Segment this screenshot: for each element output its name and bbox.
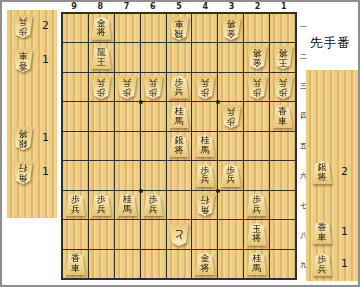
piece-S-sente[interactable]: 銀将: [169, 134, 189, 157]
square-7-9[interactable]: [115, 250, 140, 278]
piece-face: 金将: [221, 17, 241, 40]
hoshi-dot: [139, 189, 143, 193]
piece-kanji: 兵: [252, 78, 261, 88]
square-3-4[interactable]: 歩兵: [218, 102, 243, 130]
piece-kanji: 車: [174, 19, 183, 29]
piece-face: 歩兵: [273, 76, 293, 99]
hand-entry-S-sente[interactable]: 銀将2: [306, 160, 358, 186]
square-6-4[interactable]: [141, 102, 166, 130]
square-5-4[interactable]: 桂馬: [167, 102, 192, 130]
square-9-9[interactable]: 香車: [63, 250, 88, 278]
square-5-5[interactable]: 銀将: [167, 132, 192, 160]
piece-face: 歩兵: [247, 76, 267, 99]
piece-kanji: 兵: [97, 205, 106, 215]
file-label-4: 4: [192, 2, 218, 12]
piece-kanji: 角: [19, 173, 28, 183]
piece-kanji: 歩: [252, 87, 261, 97]
file-label-7: 7: [113, 2, 139, 12]
piece-P-sente[interactable]: 歩兵: [247, 193, 267, 216]
piece-kanji: 馬: [252, 264, 261, 274]
piece-P-gote[interactable]: 歩兵: [117, 76, 137, 99]
piece-face: 歩兵: [143, 193, 163, 216]
piece-face: 香車: [312, 221, 332, 244]
piece-kanji: 将: [97, 28, 106, 38]
piece-P-gote[interactable]: 歩兵: [13, 15, 33, 38]
file-label-1: 1: [271, 2, 297, 12]
hoshi-dot: [216, 100, 220, 104]
square-5-6[interactable]: [167, 161, 192, 189]
square-2-1[interactable]: [244, 14, 269, 42]
square-3-2[interactable]: [218, 43, 243, 71]
square-7-1[interactable]: [115, 14, 140, 42]
file-label-9: 9: [61, 2, 87, 12]
square-9-4[interactable]: [63, 102, 88, 130]
piece-kanji: 歩: [97, 87, 106, 97]
square-8-4[interactable]: [89, 102, 114, 130]
piece-L-sente[interactable]: 香車: [273, 105, 293, 128]
file-label-6: 6: [140, 2, 166, 12]
hand-entry-S-gote[interactable]: 銀将1: [7, 126, 57, 152]
piece-kanji: 香: [19, 61, 28, 71]
piece-face: 歩兵: [91, 193, 111, 216]
piece-kanji: 兵: [71, 205, 80, 215]
hoshi-dot: [216, 189, 220, 193]
square-5-3[interactable]: 歩兵: [167, 73, 192, 101]
hand-count: 1: [42, 53, 49, 66]
square-8-3[interactable]: 歩兵: [89, 73, 114, 101]
square-2-4[interactable]: [244, 102, 269, 130]
piece-face: 歩兵: [195, 164, 215, 187]
piece-kanji: と: [173, 228, 184, 240]
piece-kanji: 兵: [226, 107, 235, 117]
square-3-3[interactable]: [218, 73, 243, 101]
piece-face: 桂馬: [195, 134, 215, 157]
square-1-9[interactable]: [270, 250, 295, 278]
piece-P-gote[interactable]: 歩兵: [195, 76, 215, 99]
square-7-6[interactable]: [115, 161, 140, 189]
piece-kanji: 将: [19, 129, 28, 139]
hand-count: 1: [42, 131, 49, 144]
piece-S-gote[interactable]: 銀将: [13, 127, 33, 150]
square-1-7[interactable]: [270, 191, 295, 219]
square-9-7[interactable]: 歩兵: [63, 191, 88, 219]
piece-face: 歩兵: [143, 76, 163, 99]
piece-S-sente[interactable]: 銀将: [312, 161, 332, 184]
piece-N-sente[interactable]: 桂馬: [169, 105, 189, 128]
square-4-8[interactable]: [192, 220, 217, 248]
piece-face: 歩兵: [221, 105, 241, 128]
square-8-9[interactable]: [89, 250, 114, 278]
piece-R-gote[interactable]: 飛車: [169, 17, 189, 40]
piece-face: 歩兵: [13, 15, 33, 38]
piece-face: 龍王: [91, 46, 111, 69]
square-4-9[interactable]: 金将: [192, 250, 217, 278]
piece-kanji: 行: [19, 163, 28, 173]
piece-kanji: 金: [252, 58, 261, 68]
piece-kanji: 車: [71, 264, 80, 274]
square-6-6[interactable]: [141, 161, 166, 189]
square-3-8[interactable]: [218, 220, 243, 248]
piece-kanji: 銀: [19, 139, 28, 149]
piece-N-sente[interactable]: 桂馬: [195, 134, 215, 157]
square-5-2[interactable]: [167, 43, 192, 71]
piece-kanji: 将: [226, 19, 235, 29]
piece-kanji: 兵: [318, 265, 327, 275]
piece-P-sente[interactable]: 歩兵: [91, 193, 111, 216]
hand-entry-P-gote[interactable]: 歩兵2: [7, 14, 57, 40]
square-3-6[interactable]: 歩兵: [218, 161, 243, 189]
square-4-6[interactable]: 歩兵: [192, 161, 217, 189]
square-1-4[interactable]: 香車: [270, 102, 295, 130]
hand-count: 1: [341, 225, 348, 238]
piece-kanji: 車: [278, 117, 287, 127]
square-8-7[interactable]: 歩兵: [89, 191, 114, 219]
piece-kanji: 兵: [149, 205, 158, 215]
piece-+R-sente[interactable]: 龍王: [91, 46, 111, 69]
hand-entry-L-gote[interactable]: 香車1: [7, 48, 57, 74]
piece-kanji: 馬: [123, 205, 132, 215]
piece-P-sente[interactable]: 歩兵: [312, 253, 332, 276]
piece-K-gote[interactable]: 王将: [273, 46, 293, 69]
hand-count: 1: [341, 257, 348, 270]
piece-kanji: 歩: [278, 87, 287, 97]
square-7-8[interactable]: [115, 220, 140, 248]
square-2-8[interactable]: 玉将: [244, 220, 269, 248]
piece-kanji: 歩: [123, 87, 132, 97]
square-5-1[interactable]: 飛車: [167, 14, 192, 42]
piece-face: 銀将: [169, 134, 189, 157]
piece-face: 歩兵: [91, 76, 111, 99]
square-3-9[interactable]: [218, 250, 243, 278]
piece-face: 角行: [195, 193, 215, 216]
piece-kanji: 王: [278, 58, 287, 68]
piece-face: 玉将: [247, 223, 267, 246]
square-9-5[interactable]: [63, 132, 88, 160]
piece-kanji: 金: [226, 28, 235, 38]
square-4-5[interactable]: 桂馬: [192, 132, 217, 160]
square-2-6[interactable]: [244, 161, 269, 189]
piece-face: 角行: [13, 161, 33, 184]
piece-face: 金将: [247, 46, 267, 69]
piece-P-sente[interactable]: 歩兵: [195, 164, 215, 187]
shogi-app-window: 987654321 歩兵2香車1銀将1角行1 金将飛車金将龍王金将王将歩兵歩兵歩…: [0, 0, 360, 287]
piece-P-sente[interactable]: 歩兵: [143, 193, 163, 216]
square-1-6[interactable]: [270, 161, 295, 189]
piece-kanji: 将: [278, 48, 287, 58]
piece-kanji: 将: [174, 146, 183, 156]
square-8-8[interactable]: [89, 220, 114, 248]
piece-L-sente[interactable]: 香車: [65, 252, 85, 275]
square-6-8[interactable]: [141, 220, 166, 248]
square-8-5[interactable]: [89, 132, 114, 160]
piece-face: 桂馬: [117, 193, 137, 216]
piece-kanji: 行: [200, 195, 209, 205]
piece-P-gote[interactable]: 歩兵: [221, 105, 241, 128]
piece-kanji: 馬: [174, 117, 183, 127]
piece-P-gote[interactable]: 歩兵: [91, 76, 111, 99]
square-3-7[interactable]: [218, 191, 243, 219]
piece-face: 金将: [195, 252, 215, 275]
piece-kanji: 歩: [149, 87, 158, 97]
square-8-1[interactable]: 金将: [89, 14, 114, 42]
square-6-5[interactable]: [141, 132, 166, 160]
square-9-3[interactable]: [63, 73, 88, 101]
piece-G-gote[interactable]: 金将: [221, 17, 241, 40]
square-3-5[interactable]: [218, 132, 243, 160]
square-5-9[interactable]: [167, 250, 192, 278]
hand-entry-L-sente[interactable]: 香車1: [306, 220, 358, 246]
square-1-5[interactable]: [270, 132, 295, 160]
square-5-8[interactable]: と: [167, 220, 192, 248]
piece-face: 歩兵: [65, 193, 85, 216]
piece-G-sente[interactable]: 金将: [91, 17, 111, 40]
piece-B-gote[interactable]: 角行: [195, 193, 215, 216]
piece-face: 桂馬: [169, 105, 189, 128]
square-9-2[interactable]: [63, 43, 88, 71]
square-1-3[interactable]: 歩兵: [270, 73, 295, 101]
piece-face: 王将: [273, 46, 293, 69]
piece-P-gote[interactable]: 歩兵: [143, 76, 163, 99]
piece-face: 香車: [273, 105, 293, 128]
square-6-1[interactable]: [141, 14, 166, 42]
piece-P-sente[interactable]: 歩兵: [65, 193, 85, 216]
square-1-2[interactable]: 王将: [270, 43, 295, 71]
piece-face: 香車: [65, 252, 85, 275]
square-6-2[interactable]: [141, 43, 166, 71]
square-3-1[interactable]: 金将: [218, 14, 243, 42]
square-7-7[interactable]: 桂馬: [115, 191, 140, 219]
piece-B-gote[interactable]: 角行: [13, 161, 33, 184]
piece-kanji: 飛: [174, 28, 183, 38]
square-6-7[interactable]: 歩兵: [141, 191, 166, 219]
square-2-9[interactable]: 桂馬: [244, 250, 269, 278]
hand-count: 2: [341, 165, 348, 178]
piece-kanji: 歩: [200, 87, 209, 97]
piece-face: 歩兵: [312, 253, 332, 276]
piece-N-sente[interactable]: 桂馬: [247, 252, 267, 275]
square-2-5[interactable]: [244, 132, 269, 160]
square-4-1[interactable]: [192, 14, 217, 42]
piece-kanji: 兵: [97, 78, 106, 88]
piece-face: 銀将: [312, 161, 332, 184]
file-label-3: 3: [218, 2, 244, 12]
sente-captured-stand: 銀将2香車1歩兵1: [306, 70, 358, 281]
piece-N-sente[interactable]: 桂馬: [117, 193, 137, 216]
piece-kanji: 将: [252, 234, 261, 244]
piece-kanji: 兵: [174, 87, 183, 97]
square-6-3[interactable]: 歩兵: [141, 73, 166, 101]
piece-P-sente[interactable]: 歩兵: [169, 76, 189, 99]
piece-P-sente[interactable]: 歩兵: [221, 164, 241, 187]
file-coordinates: 987654321: [61, 2, 297, 12]
square-7-2[interactable]: [115, 43, 140, 71]
hand-count: 2: [42, 19, 49, 32]
square-9-6[interactable]: [63, 161, 88, 189]
piece-kanji: 兵: [19, 17, 28, 27]
shogi-board: 金将飛車金将龍王金将王将歩兵歩兵歩兵歩兵歩兵歩兵歩兵桂馬歩兵香車銀将桂馬歩兵歩兵…: [61, 12, 297, 280]
piece-L-sente[interactable]: 香車: [312, 221, 332, 244]
piece-kanji: 兵: [149, 78, 158, 88]
piece-kanji: 将: [200, 264, 209, 274]
piece-kanji: 兵: [278, 78, 287, 88]
piece-kanji: 兵: [252, 205, 261, 215]
piece-kanji: 王: [97, 58, 106, 68]
piece-kanji: 兵: [123, 78, 132, 88]
square-4-7[interactable]: 角行: [192, 191, 217, 219]
piece-P-gote[interactable]: 歩兵: [273, 76, 293, 99]
square-4-3[interactable]: 歩兵: [192, 73, 217, 101]
square-2-7[interactable]: 歩兵: [244, 191, 269, 219]
square-8-6[interactable]: [89, 161, 114, 189]
piece-face: 歩兵: [247, 193, 267, 216]
piece-kanji: 将: [252, 48, 261, 58]
piece-face: 飛車: [169, 17, 189, 40]
file-label-5: 5: [166, 2, 192, 12]
piece-+P-gote[interactable]: と: [169, 223, 189, 246]
square-7-4[interactable]: [115, 102, 140, 130]
square-8-2[interactable]: 龍王: [89, 43, 114, 71]
file-label-2: 2: [245, 2, 271, 12]
hoshi-dot: [139, 100, 143, 104]
piece-face: 歩兵: [117, 76, 137, 99]
piece-kanji: 兵: [200, 175, 209, 185]
piece-kanji: 兵: [226, 175, 235, 185]
square-6-9[interactable]: [141, 250, 166, 278]
file-label-8: 8: [87, 2, 113, 12]
square-7-5[interactable]: [115, 132, 140, 160]
hand-count: 1: [42, 165, 49, 178]
piece-kanji: 馬: [200, 146, 209, 156]
piece-K-sente[interactable]: 玉将: [247, 223, 267, 246]
piece-face: 歩兵: [221, 164, 241, 187]
hand-entry-B-gote[interactable]: 角行1: [7, 160, 57, 186]
piece-face: と: [169, 223, 189, 246]
square-2-2[interactable]: 金将: [244, 43, 269, 71]
square-9-8[interactable]: [63, 220, 88, 248]
piece-kanji: 兵: [200, 78, 209, 88]
piece-kanji: 将: [318, 173, 327, 183]
piece-kanji: 車: [19, 51, 28, 61]
square-4-2[interactable]: [192, 43, 217, 71]
turn-indicator: 先手番: [310, 35, 360, 51]
piece-face: 歩兵: [169, 76, 189, 99]
piece-face: 香車: [13, 49, 33, 72]
piece-face: 歩兵: [195, 76, 215, 99]
gote-captured-stand: 歩兵2香車1銀将1角行1: [7, 10, 57, 218]
piece-G-gote[interactable]: 金将: [247, 46, 267, 69]
piece-kanji: 車: [318, 233, 327, 243]
hand-entry-P-sente[interactable]: 歩兵1: [306, 252, 358, 278]
piece-kanji: 歩: [19, 27, 28, 37]
square-1-8[interactable]: [270, 220, 295, 248]
square-5-7[interactable]: [167, 191, 192, 219]
rank-label-2: 二: [298, 42, 309, 72]
piece-G-sente[interactable]: 金将: [195, 252, 215, 275]
square-7-3[interactable]: 歩兵: [115, 73, 140, 101]
piece-kanji: 歩: [226, 117, 235, 127]
piece-face: 銀将: [13, 127, 33, 150]
piece-face: 桂馬: [247, 252, 267, 275]
square-4-4[interactable]: [192, 102, 217, 130]
piece-kanji: 角: [200, 205, 209, 215]
piece-P-gote[interactable]: 歩兵: [247, 76, 267, 99]
piece-face: 金将: [91, 17, 111, 40]
rank-label-1: 一: [298, 12, 309, 42]
piece-L-gote[interactable]: 香車: [13, 49, 33, 72]
square-1-1[interactable]: [270, 14, 295, 42]
square-9-1[interactable]: [63, 14, 88, 42]
square-2-3[interactable]: 歩兵: [244, 73, 269, 101]
